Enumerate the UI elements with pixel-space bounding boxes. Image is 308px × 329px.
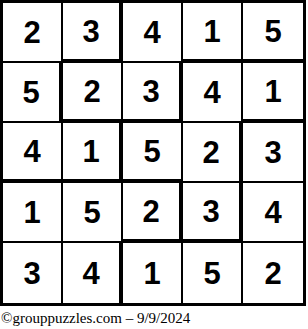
cell-r5c2: 4 xyxy=(63,243,123,303)
cell-r1c1: 2 xyxy=(3,3,63,63)
cell-r5c1: 3 xyxy=(3,243,63,303)
cell-r3c2: 1 xyxy=(63,123,123,183)
cell-r3c4: 2 xyxy=(183,123,243,183)
puzzle-page: 2341552341415231523434152 ©grouppuzzles.… xyxy=(0,0,308,329)
cell-r1c2: 3 xyxy=(63,3,123,63)
sudoku-board: 2341552341415231523434152 xyxy=(0,0,306,306)
cell-r2c3: 3 xyxy=(123,63,183,123)
cell-r5c5: 2 xyxy=(243,243,303,303)
cell-r3c1: 4 xyxy=(3,123,63,183)
cell-r5c4: 5 xyxy=(183,243,243,303)
copyright-text: ©grouppuzzles.com – 9/9/2024 xyxy=(1,310,190,327)
cell-r1c5: 5 xyxy=(243,3,303,63)
cell-r3c3: 5 xyxy=(123,123,183,183)
cell-r2c1: 5 xyxy=(3,63,63,123)
cell-r1c4: 1 xyxy=(183,3,243,63)
cell-r2c5: 1 xyxy=(243,63,303,123)
cell-r3c5: 3 xyxy=(243,123,303,183)
cell-r4c5: 4 xyxy=(243,183,303,243)
cell-r4c4: 3 xyxy=(183,183,243,243)
cell-r1c3: 4 xyxy=(123,3,183,63)
cell-r4c3: 2 xyxy=(123,183,183,243)
cell-r2c2: 2 xyxy=(63,63,123,123)
cell-r5c3: 1 xyxy=(123,243,183,303)
cell-r4c1: 1 xyxy=(3,183,63,243)
cell-r2c4: 4 xyxy=(183,63,243,123)
cell-r4c2: 5 xyxy=(63,183,123,243)
